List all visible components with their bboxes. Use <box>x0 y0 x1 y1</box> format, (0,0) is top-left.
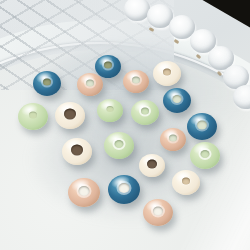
bead-hole <box>141 108 149 115</box>
bead-green <box>131 100 159 125</box>
bead-teal <box>108 175 140 204</box>
bead-green <box>190 142 220 169</box>
bead-teal <box>163 88 191 113</box>
bead-hole <box>119 183 130 193</box>
bead-hole <box>197 121 207 130</box>
bead-hole <box>64 109 76 120</box>
bead-hole <box>173 95 182 103</box>
bead-hole <box>147 160 157 169</box>
bead-peach <box>123 70 149 93</box>
bead-teal <box>95 55 121 78</box>
bead-hole <box>132 77 140 84</box>
bead-peach <box>160 128 186 151</box>
bead-hole <box>43 79 51 86</box>
bead-hole <box>115 140 124 148</box>
bead-hole <box>86 80 94 87</box>
photo-beads-on-plate <box>0 0 250 250</box>
bead-hole <box>29 112 37 119</box>
bead-cream <box>153 61 181 86</box>
bead-hole <box>107 106 114 112</box>
bead-peach <box>143 199 173 226</box>
bead-green <box>97 99 123 122</box>
bead-teal <box>33 71 61 96</box>
bead-hole <box>104 62 112 69</box>
bead-hole <box>153 207 163 216</box>
bead-hole <box>182 178 190 185</box>
bead-hole <box>163 69 171 76</box>
bead-teal <box>187 113 217 140</box>
bead-green <box>18 103 48 130</box>
bead-peach <box>68 178 100 207</box>
bead-cream <box>139 154 165 177</box>
bead-hole <box>201 150 210 158</box>
bead-green <box>104 132 134 159</box>
bead-hole <box>169 135 177 142</box>
bead-layer <box>0 0 250 250</box>
bead-cream <box>55 102 85 129</box>
bead-hole <box>79 186 90 196</box>
bead-peach <box>77 73 103 96</box>
bead-cream <box>62 138 92 165</box>
bead-hole <box>71 145 83 156</box>
bead-cream <box>172 170 200 195</box>
